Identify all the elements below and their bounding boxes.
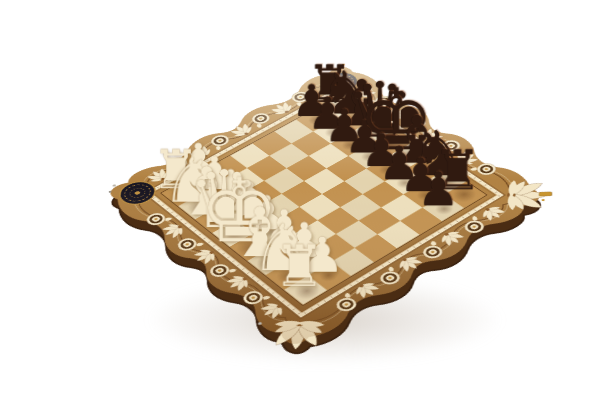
piece-black-pawn: ♟ bbox=[392, 165, 484, 212]
piece-white-rook: ♜ bbox=[251, 238, 346, 295]
product-photo-scene: ♜♞♝♛♚♝♞♜♟♟♟♟♟♟♟♟♟♟♟♟♟♟♟♟♜♞♝♛♚♝♞♜ bbox=[0, 0, 600, 402]
